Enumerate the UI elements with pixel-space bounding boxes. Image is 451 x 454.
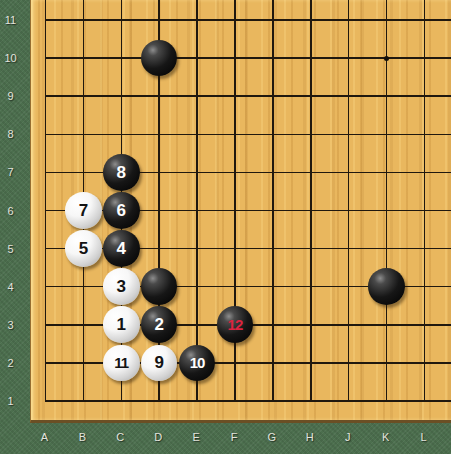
row-label-6: 6 — [0, 205, 21, 217]
stone-number: 1 — [117, 316, 126, 333]
row-label-4: 4 — [0, 281, 21, 293]
stone-B5-move-5[interactable]: 5 — [65, 230, 102, 267]
col-label-K: K — [382, 431, 389, 443]
col-label-L: L — [420, 431, 426, 443]
stone-number: 5 — [79, 240, 88, 257]
row-label-9: 9 — [0, 90, 21, 102]
row-label-2: 2 — [0, 357, 21, 369]
stone-C7-move-8[interactable]: 8 — [103, 154, 140, 191]
stone-number: 7 — [79, 201, 88, 218]
col-label-G: G — [268, 431, 277, 443]
stone-F3-move-12[interactable]: 12 — [217, 306, 254, 343]
col-label-H: H — [306, 431, 314, 443]
row-label-5: 5 — [0, 243, 21, 255]
stone-number: 11 — [114, 355, 128, 370]
stone-K4[interactable] — [368, 268, 405, 305]
go-board-diagram: 876543121211910 1110987654321 ABCDEFGHJK… — [0, 0, 451, 454]
stone-number: 3 — [117, 278, 126, 295]
stone-number: 4 — [117, 240, 126, 257]
bottom-coordinate-margin: ABCDEFGHJKL — [0, 423, 451, 454]
stone-D2-move-9[interactable]: 9 — [141, 345, 178, 382]
row-label-3: 3 — [0, 319, 21, 331]
stone-number: 10 — [190, 355, 205, 370]
col-label-F: F — [231, 431, 238, 443]
board-surface[interactable]: 876543121211910 — [30, 0, 451, 423]
stone-number: 2 — [154, 316, 163, 333]
stone-C5-move-4[interactable]: 4 — [103, 230, 140, 267]
col-label-D: D — [154, 431, 162, 443]
stone-D4[interactable] — [141, 268, 178, 305]
stone-D10[interactable] — [141, 40, 178, 77]
stone-D3-move-2[interactable]: 2 — [141, 306, 178, 343]
stone-C4-move-3[interactable]: 3 — [103, 268, 140, 305]
col-label-C: C — [116, 431, 124, 443]
stone-C3-move-1[interactable]: 1 — [103, 306, 140, 343]
stone-C6-move-6[interactable]: 6 — [103, 192, 140, 229]
row-label-1: 1 — [0, 395, 21, 407]
col-label-A: A — [41, 431, 48, 443]
stones-grid: 876543121211910 — [27, 1, 444, 420]
stone-number: 9 — [154, 354, 163, 371]
row-label-8: 8 — [0, 128, 21, 140]
left-coordinate-margin: 1110987654321 — [0, 0, 30, 454]
row-label-10: 10 — [0, 52, 21, 64]
row-label-11: 11 — [0, 14, 21, 26]
stone-B6-move-7[interactable]: 7 — [65, 192, 102, 229]
row-label-7: 7 — [0, 166, 21, 178]
stone-E2-move-10[interactable]: 10 — [179, 345, 216, 382]
stone-number: 12 — [228, 317, 243, 332]
stone-number: 6 — [117, 201, 126, 218]
stone-C2-move-11[interactable]: 11 — [103, 345, 140, 382]
col-label-J: J — [345, 431, 351, 443]
stone-number: 8 — [117, 163, 126, 180]
col-label-E: E — [192, 431, 199, 443]
col-label-B: B — [79, 431, 86, 443]
